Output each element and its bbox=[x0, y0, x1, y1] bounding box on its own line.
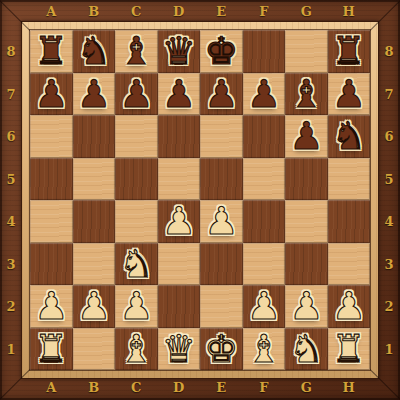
square-b4[interactable] bbox=[73, 200, 116, 243]
piece-black-rook-a8[interactable]: ♜ bbox=[30, 30, 73, 73]
piece-white-pawn-h2[interactable]: ♟ bbox=[328, 285, 371, 328]
square-e6[interactable] bbox=[200, 115, 243, 158]
square-a1[interactable]: ♜ bbox=[30, 328, 73, 371]
square-c1[interactable]: ♝ bbox=[115, 328, 158, 371]
piece-black-pawn-f7[interactable]: ♟ bbox=[243, 73, 286, 116]
square-g6[interactable]: ♟ bbox=[285, 115, 328, 158]
square-b3[interactable] bbox=[73, 243, 116, 286]
piece-white-queen-d1[interactable]: ♛ bbox=[158, 328, 201, 371]
square-f3[interactable] bbox=[243, 243, 286, 286]
square-e7[interactable]: ♟ bbox=[200, 73, 243, 116]
square-h5[interactable] bbox=[328, 158, 371, 201]
piece-white-rook-a1[interactable]: ♜ bbox=[30, 328, 73, 371]
square-a3[interactable] bbox=[30, 243, 73, 286]
piece-black-knight-h6[interactable]: ♞ bbox=[328, 115, 371, 158]
square-d5[interactable] bbox=[158, 158, 201, 201]
square-f8[interactable] bbox=[243, 30, 286, 73]
square-c3[interactable]: ♞ bbox=[115, 243, 158, 286]
square-c6[interactable] bbox=[115, 115, 158, 158]
piece-black-pawn-h7[interactable]: ♟ bbox=[328, 73, 371, 116]
square-d8[interactable]: ♛ bbox=[158, 30, 201, 73]
square-f6[interactable] bbox=[243, 115, 286, 158]
square-d7[interactable]: ♟ bbox=[158, 73, 201, 116]
square-h3[interactable] bbox=[328, 243, 371, 286]
piece-black-pawn-c7[interactable]: ♟ bbox=[115, 73, 158, 116]
square-f2[interactable]: ♟ bbox=[243, 285, 286, 328]
piece-black-bishop-g7[interactable]: ♝ bbox=[285, 73, 328, 116]
square-b6[interactable] bbox=[73, 115, 116, 158]
square-f4[interactable] bbox=[243, 200, 286, 243]
piece-black-rook-h8[interactable]: ♜ bbox=[328, 30, 371, 73]
square-e2[interactable] bbox=[200, 285, 243, 328]
frame-miter-top-left bbox=[0, 0, 31, 32]
square-b1[interactable] bbox=[73, 328, 116, 371]
piece-black-pawn-a7[interactable]: ♟ bbox=[30, 73, 73, 116]
piece-black-pawn-g6[interactable]: ♟ bbox=[285, 115, 328, 158]
piece-white-pawn-g2[interactable]: ♟ bbox=[285, 285, 328, 328]
chess-board-window: ♜♞♝♛♚♜♟♟♟♟♟♟♝♟♟♞♟♟♞♟♟♟♟♟♟♜♝♛♚♝♞♜ AABBCCD… bbox=[0, 0, 400, 400]
square-e4[interactable]: ♟ bbox=[200, 200, 243, 243]
square-e8[interactable]: ♚ bbox=[200, 30, 243, 73]
square-e3[interactable] bbox=[200, 243, 243, 286]
square-h7[interactable]: ♟ bbox=[328, 73, 371, 116]
square-c4[interactable] bbox=[115, 200, 158, 243]
square-g2[interactable]: ♟ bbox=[285, 285, 328, 328]
square-c5[interactable] bbox=[115, 158, 158, 201]
piece-black-queen-d8[interactable]: ♛ bbox=[158, 30, 201, 73]
square-f5[interactable] bbox=[243, 158, 286, 201]
square-b2[interactable]: ♟ bbox=[73, 285, 116, 328]
square-g1[interactable]: ♞ bbox=[285, 328, 328, 371]
square-e1[interactable]: ♚ bbox=[200, 328, 243, 371]
square-g3[interactable] bbox=[285, 243, 328, 286]
piece-black-bishop-c8[interactable]: ♝ bbox=[115, 30, 158, 73]
square-a8[interactable]: ♜ bbox=[30, 30, 73, 73]
square-d2[interactable] bbox=[158, 285, 201, 328]
square-d3[interactable] bbox=[158, 243, 201, 286]
square-b8[interactable]: ♞ bbox=[73, 30, 116, 73]
piece-black-king-e8[interactable]: ♚ bbox=[200, 30, 243, 73]
piece-black-pawn-d7[interactable]: ♟ bbox=[158, 73, 201, 116]
square-a6[interactable] bbox=[30, 115, 73, 158]
piece-white-knight-c3[interactable]: ♞ bbox=[115, 243, 158, 286]
square-g8[interactable] bbox=[285, 30, 328, 73]
square-c2[interactable]: ♟ bbox=[115, 285, 158, 328]
piece-white-pawn-c2[interactable]: ♟ bbox=[115, 285, 158, 328]
piece-white-bishop-f1[interactable]: ♝ bbox=[243, 328, 286, 371]
square-a5[interactable] bbox=[30, 158, 73, 201]
square-h4[interactable] bbox=[328, 200, 371, 243]
piece-white-pawn-a2[interactable]: ♟ bbox=[30, 285, 73, 328]
square-g4[interactable] bbox=[285, 200, 328, 243]
square-e5[interactable] bbox=[200, 158, 243, 201]
piece-white-knight-g1[interactable]: ♞ bbox=[285, 328, 328, 371]
frame-miter-bottom-right bbox=[369, 368, 400, 400]
square-b7[interactable]: ♟ bbox=[73, 73, 116, 116]
piece-black-pawn-e7[interactable]: ♟ bbox=[200, 73, 243, 116]
frame-miter-top-right bbox=[369, 0, 400, 32]
square-a4[interactable] bbox=[30, 200, 73, 243]
piece-white-pawn-f2[interactable]: ♟ bbox=[243, 285, 286, 328]
square-f7[interactable]: ♟ bbox=[243, 73, 286, 116]
piece-white-king-e1[interactable]: ♚ bbox=[200, 328, 243, 371]
square-h8[interactable]: ♜ bbox=[328, 30, 371, 73]
square-g7[interactable]: ♝ bbox=[285, 73, 328, 116]
piece-black-knight-b8[interactable]: ♞ bbox=[73, 30, 116, 73]
square-g5[interactable] bbox=[285, 158, 328, 201]
frame-miter-bottom-left bbox=[0, 368, 31, 400]
square-d1[interactable]: ♛ bbox=[158, 328, 201, 371]
square-a2[interactable]: ♟ bbox=[30, 285, 73, 328]
square-h6[interactable]: ♞ bbox=[328, 115, 371, 158]
square-d4[interactable]: ♟ bbox=[158, 200, 201, 243]
square-f1[interactable]: ♝ bbox=[243, 328, 286, 371]
piece-white-pawn-d4[interactable]: ♟ bbox=[158, 200, 201, 243]
square-c8[interactable]: ♝ bbox=[115, 30, 158, 73]
piece-white-rook-h1[interactable]: ♜ bbox=[328, 328, 371, 371]
square-d6[interactable] bbox=[158, 115, 201, 158]
board: ♜♞♝♛♚♜♟♟♟♟♟♟♝♟♟♞♟♟♞♟♟♟♟♟♟♜♝♛♚♝♞♜ bbox=[29, 29, 371, 371]
square-h2[interactable]: ♟ bbox=[328, 285, 371, 328]
square-b5[interactable] bbox=[73, 158, 116, 201]
piece-white-pawn-b2[interactable]: ♟ bbox=[73, 285, 116, 328]
square-c7[interactable]: ♟ bbox=[115, 73, 158, 116]
square-h1[interactable]: ♜ bbox=[328, 328, 371, 371]
piece-black-pawn-b7[interactable]: ♟ bbox=[73, 73, 116, 116]
piece-white-bishop-c1[interactable]: ♝ bbox=[115, 328, 158, 371]
piece-white-pawn-e4[interactable]: ♟ bbox=[200, 200, 243, 243]
square-a7[interactable]: ♟ bbox=[30, 73, 73, 116]
